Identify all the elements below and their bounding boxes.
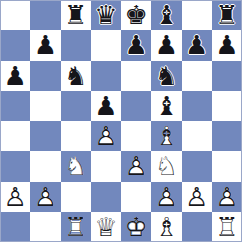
square-h8[interactable]: ♜ [212, 0, 242, 30]
square-d8[interactable]: ♛ [91, 0, 121, 30]
square-b4[interactable] [30, 121, 60, 151]
piece-glyph: ♟ [124, 32, 147, 58]
piece-black-queen[interactable]: ♛ [91, 0, 121, 30]
piece-glyph: ♝ [155, 93, 178, 119]
square-b1[interactable] [30, 212, 60, 242]
square-g4[interactable] [182, 121, 212, 151]
piece-outline: ♙ [3, 184, 26, 210]
piece-white-pawn[interactable]: ♟♙ [0, 182, 30, 212]
piece-black-pawn[interactable]: ♟ [30, 30, 60, 60]
piece-black-rook[interactable]: ♜ [212, 0, 242, 30]
piece-black-rook[interactable]: ♜ [61, 0, 91, 30]
piece-glyph: ♟ [3, 63, 26, 89]
square-f6[interactable]: ♞ [151, 61, 181, 91]
piece-outline: ♙ [124, 153, 147, 179]
piece-outline: ♘ [155, 153, 178, 179]
square-f2[interactable]: ♟♙ [151, 182, 181, 212]
square-a8[interactable] [0, 0, 30, 30]
square-g8[interactable] [182, 0, 212, 30]
square-h7[interactable]: ♟ [212, 30, 242, 60]
square-h5[interactable] [212, 91, 242, 121]
square-f4[interactable]: ♝♗ [151, 121, 181, 151]
square-h6[interactable] [212, 61, 242, 91]
piece-glyph: ♟ [215, 32, 238, 58]
square-e2[interactable] [121, 182, 151, 212]
square-e1[interactable]: ♚♔ [121, 212, 151, 242]
piece-black-pawn[interactable]: ♟ [151, 30, 181, 60]
square-c1[interactable]: ♜♖ [61, 212, 91, 242]
piece-glyph: ♚ [124, 2, 147, 28]
square-a7[interactable] [0, 30, 30, 60]
piece-glyph: ♛ [94, 2, 117, 28]
piece-glyph: ♜ [215, 2, 238, 28]
piece-glyph: ♜ [64, 2, 87, 28]
piece-outline: ♗ [155, 214, 178, 240]
square-b6[interactable] [30, 61, 60, 91]
piece-black-bishop[interactable]: ♝ [151, 0, 181, 30]
square-h2[interactable]: ♟♙ [212, 182, 242, 212]
square-d4[interactable]: ♟♙ [91, 121, 121, 151]
piece-white-rook[interactable]: ♜♖ [61, 212, 91, 242]
square-a5[interactable] [0, 91, 30, 121]
square-d5[interactable]: ♟ [91, 91, 121, 121]
square-a6[interactable]: ♟ [0, 61, 30, 91]
piece-white-knight[interactable]: ♞♘ [61, 151, 91, 181]
piece-white-pawn[interactable]: ♟♙ [212, 182, 242, 212]
piece-black-pawn[interactable]: ♟ [0, 61, 30, 91]
square-c6[interactable]: ♞ [61, 61, 91, 91]
square-f7[interactable]: ♟ [151, 30, 181, 60]
piece-white-pawn[interactable]: ♟♙ [30, 182, 60, 212]
piece-white-pawn[interactable]: ♟♙ [182, 182, 212, 212]
piece-outline: ♖ [64, 214, 87, 240]
square-c7[interactable] [61, 30, 91, 60]
square-f1[interactable]: ♝♗ [151, 212, 181, 242]
square-e6[interactable] [121, 61, 151, 91]
piece-black-knight[interactable]: ♞ [61, 61, 91, 91]
piece-white-pawn[interactable]: ♟♙ [121, 151, 151, 181]
square-c8[interactable]: ♜ [61, 0, 91, 30]
piece-black-pawn[interactable]: ♟ [182, 30, 212, 60]
piece-white-knight[interactable]: ♞♘ [151, 151, 181, 181]
square-h1[interactable]: ♜♖ [212, 212, 242, 242]
square-g2[interactable]: ♟♙ [182, 182, 212, 212]
piece-outline: ♙ [215, 184, 238, 210]
square-a4[interactable] [0, 121, 30, 151]
square-b5[interactable] [30, 91, 60, 121]
square-e5[interactable] [121, 91, 151, 121]
piece-white-pawn[interactable]: ♟♙ [91, 121, 121, 151]
square-e4[interactable] [121, 121, 151, 151]
piece-black-knight[interactable]: ♞ [151, 61, 181, 91]
square-g5[interactable] [182, 91, 212, 121]
square-h3[interactable] [212, 151, 242, 181]
piece-outline: ♙ [34, 184, 57, 210]
square-b2[interactable]: ♟♙ [30, 182, 60, 212]
square-b3[interactable] [30, 151, 60, 181]
piece-glyph: ♟ [155, 32, 178, 58]
piece-white-king[interactable]: ♚♔ [121, 212, 151, 242]
square-b7[interactable]: ♟ [30, 30, 60, 60]
square-d3[interactable] [91, 151, 121, 181]
piece-white-queen[interactable]: ♛♕ [91, 212, 121, 242]
piece-white-rook[interactable]: ♜♖ [212, 212, 242, 242]
piece-outline: ♖ [215, 214, 238, 240]
square-a2[interactable]: ♟♙ [0, 182, 30, 212]
square-d6[interactable] [91, 61, 121, 91]
piece-outline: ♘ [64, 153, 87, 179]
square-d1[interactable]: ♛♕ [91, 212, 121, 242]
piece-black-king[interactable]: ♚ [121, 0, 151, 30]
square-f5[interactable]: ♝ [151, 91, 181, 121]
square-g7[interactable]: ♟ [182, 30, 212, 60]
piece-outline: ♙ [94, 123, 117, 149]
square-a1[interactable] [0, 212, 30, 242]
piece-white-bishop[interactable]: ♝♗ [151, 212, 181, 242]
square-b8[interactable] [30, 0, 60, 30]
square-c3[interactable]: ♞♘ [61, 151, 91, 181]
piece-glyph: ♟ [34, 32, 57, 58]
square-d7[interactable] [91, 30, 121, 60]
piece-glyph: ♟ [185, 32, 208, 58]
piece-white-pawn[interactable]: ♟♙ [151, 182, 181, 212]
piece-white-bishop[interactable]: ♝♗ [151, 121, 181, 151]
piece-outline: ♙ [155, 184, 178, 210]
piece-glyph: ♟ [94, 93, 117, 119]
piece-outline: ♗ [155, 123, 178, 149]
square-g3[interactable] [182, 151, 212, 181]
piece-black-pawn[interactable]: ♟ [91, 91, 121, 121]
piece-outline: ♔ [124, 214, 147, 240]
square-e8[interactable]: ♚ [121, 0, 151, 30]
square-e7[interactable]: ♟ [121, 30, 151, 60]
piece-outline: ♙ [185, 184, 208, 210]
square-c2[interactable] [61, 182, 91, 212]
piece-glyph: ♞ [155, 63, 178, 89]
square-h4[interactable] [212, 121, 242, 151]
square-f8[interactable]: ♝ [151, 0, 181, 30]
piece-black-pawn[interactable]: ♟ [212, 30, 242, 60]
square-g6[interactable] [182, 61, 212, 91]
square-c4[interactable] [61, 121, 91, 151]
chess-board: ♜♛♚♝♜♟♟♟♟♟♟♞♞♟♝♟♙♝♗♞♘♟♙♞♘♟♙♟♙♟♙♟♙♟♙♜♖♛♕♚… [0, 0, 242, 242]
square-d2[interactable] [91, 182, 121, 212]
square-e3[interactable]: ♟♙ [121, 151, 151, 181]
square-c5[interactable] [61, 91, 91, 121]
piece-outline: ♕ [94, 214, 117, 240]
piece-glyph: ♞ [64, 63, 87, 89]
square-f3[interactable]: ♞♘ [151, 151, 181, 181]
piece-glyph: ♝ [155, 2, 178, 28]
square-a3[interactable] [0, 151, 30, 181]
piece-black-bishop[interactable]: ♝ [151, 91, 181, 121]
square-g1[interactable] [182, 212, 212, 242]
piece-black-pawn[interactable]: ♟ [121, 30, 151, 60]
